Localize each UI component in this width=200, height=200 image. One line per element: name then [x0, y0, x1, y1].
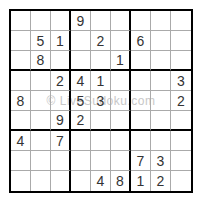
cell-r7c6[interactable]: [111, 131, 131, 151]
cell-r1c9[interactable]: [171, 11, 191, 31]
cell-r6c2[interactable]: [31, 111, 51, 131]
cell-r7c7[interactable]: [131, 131, 151, 151]
cell-r1c1[interactable]: [11, 11, 31, 31]
cell-r5c2[interactable]: [31, 91, 51, 111]
cell-r8c4[interactable]: [71, 151, 91, 171]
cell-r5c6[interactable]: [111, 91, 131, 111]
cell-r9c8[interactable]: 2: [151, 171, 171, 191]
cell-r9c6[interactable]: 8: [111, 171, 131, 191]
cell-r3c4[interactable]: [71, 51, 91, 71]
cell-r1c6[interactable]: [111, 11, 131, 31]
cell-r6c4[interactable]: 2: [71, 111, 91, 131]
cell-r5c4[interactable]: 5: [71, 91, 91, 111]
cell-r3c9[interactable]: [171, 51, 191, 71]
cell-r3c7[interactable]: [131, 51, 151, 71]
cell-r5c1[interactable]: 8: [11, 91, 31, 111]
cell-r7c9[interactable]: [171, 131, 191, 151]
cell-r1c5[interactable]: [91, 11, 111, 31]
cell-r3c6[interactable]: 1: [111, 51, 131, 71]
cell-r5c3[interactable]: [51, 91, 71, 111]
cell-r8c2[interactable]: [31, 151, 51, 171]
cell-r6c8[interactable]: [151, 111, 171, 131]
cell-r8c1[interactable]: [11, 151, 31, 171]
cell-r4c7[interactable]: [131, 71, 151, 91]
cell-r4c8[interactable]: [151, 71, 171, 91]
cell-r8c6[interactable]: [111, 151, 131, 171]
cell-r9c1[interactable]: [11, 171, 31, 191]
cell-r9c9[interactable]: [171, 171, 191, 191]
cell-r2c6[interactable]: [111, 31, 131, 51]
cell-r5c8[interactable]: [151, 91, 171, 111]
cell-r2c3[interactable]: 1: [51, 31, 71, 51]
cell-r8c8[interactable]: 3: [151, 151, 171, 171]
cell-r7c8[interactable]: [151, 131, 171, 151]
cell-r4c2[interactable]: [31, 71, 51, 91]
cell-r3c1[interactable]: [11, 51, 31, 71]
cell-r5c9[interactable]: 2: [171, 91, 191, 111]
cell-r1c7[interactable]: [131, 11, 151, 31]
cell-r3c8[interactable]: [151, 51, 171, 71]
cell-r8c9[interactable]: [171, 151, 191, 171]
cell-r2c5[interactable]: 2: [91, 31, 111, 51]
cell-r7c4[interactable]: [71, 131, 91, 151]
cell-r6c6[interactable]: [111, 111, 131, 131]
cell-r7c1[interactable]: 4: [11, 131, 31, 151]
cell-r2c7[interactable]: 6: [131, 31, 151, 51]
cell-r9c7[interactable]: 1: [131, 171, 151, 191]
cell-r8c7[interactable]: 7: [131, 151, 151, 171]
cell-r7c5[interactable]: [91, 131, 111, 151]
cell-r4c6[interactable]: [111, 71, 131, 91]
cell-r1c4[interactable]: 9: [71, 11, 91, 31]
cell-r9c2[interactable]: [31, 171, 51, 191]
cell-r4c4[interactable]: 4: [71, 71, 91, 91]
cell-r2c2[interactable]: 5: [31, 31, 51, 51]
cell-r6c5[interactable]: [91, 111, 111, 131]
cell-r4c1[interactable]: [11, 71, 31, 91]
sudoku-board: © LiveSudoku.com 95126812413853292477348…: [9, 9, 193, 193]
cell-r4c3[interactable]: 2: [51, 71, 71, 91]
cell-r2c9[interactable]: [171, 31, 191, 51]
cell-r9c4[interactable]: [71, 171, 91, 191]
cell-r3c5[interactable]: [91, 51, 111, 71]
cell-r2c1[interactable]: [11, 31, 31, 51]
cell-r2c8[interactable]: [151, 31, 171, 51]
cell-r5c7[interactable]: [131, 91, 151, 111]
cell-r6c3[interactable]: 9: [51, 111, 71, 131]
sudoku-grid: 9512681241385329247734812: [11, 11, 191, 191]
cell-r5c5[interactable]: 3: [91, 91, 111, 111]
cell-r2c4[interactable]: [71, 31, 91, 51]
cell-r7c2[interactable]: [31, 131, 51, 151]
cell-r7c3[interactable]: 7: [51, 131, 71, 151]
cell-r4c5[interactable]: 1: [91, 71, 111, 91]
cell-r4c9[interactable]: 3: [171, 71, 191, 91]
cell-r1c2[interactable]: [31, 11, 51, 31]
cell-r6c7[interactable]: [131, 111, 151, 131]
cell-r6c9[interactable]: [171, 111, 191, 131]
cell-r1c8[interactable]: [151, 11, 171, 31]
cell-r6c1[interactable]: [11, 111, 31, 131]
cell-r9c3[interactable]: [51, 171, 71, 191]
cell-r8c5[interactable]: [91, 151, 111, 171]
cell-r3c2[interactable]: 8: [31, 51, 51, 71]
cell-r8c3[interactable]: [51, 151, 71, 171]
cell-r1c3[interactable]: [51, 11, 71, 31]
cell-r9c5[interactable]: 4: [91, 171, 111, 191]
cell-r3c3[interactable]: [51, 51, 71, 71]
